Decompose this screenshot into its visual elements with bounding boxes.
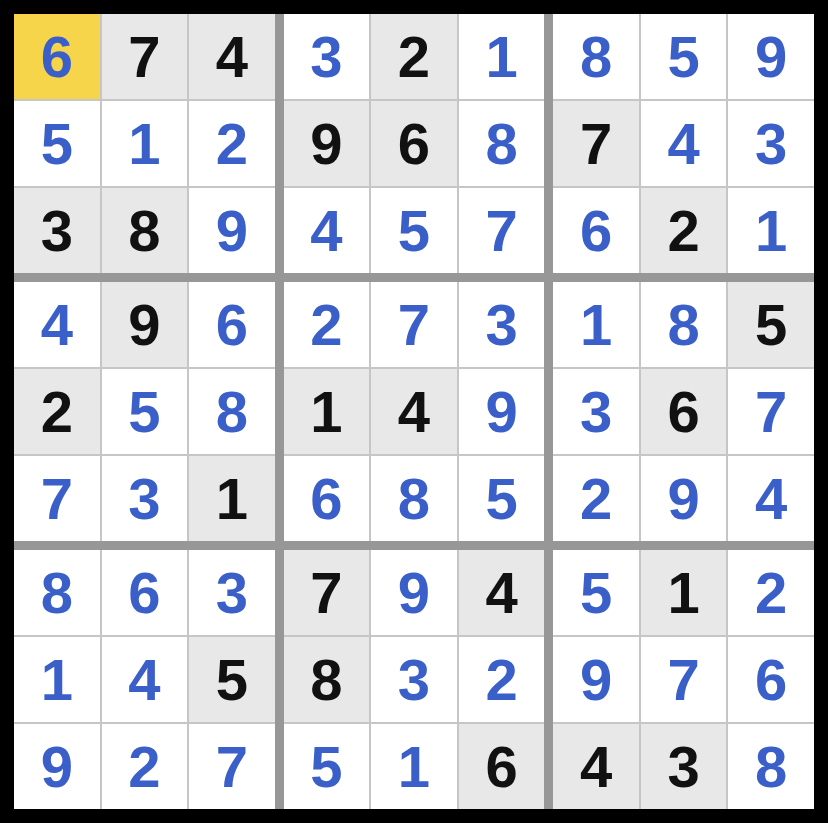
cell-r1c2[interactable]: 7 bbox=[102, 14, 188, 99]
box-0-1: 321968457 bbox=[284, 14, 545, 273]
cell-r7c3[interactable]: 3 bbox=[189, 550, 275, 635]
cell-r7c6[interactable]: 4 bbox=[459, 550, 545, 635]
cell-r1c7[interactable]: 8 bbox=[553, 14, 639, 99]
cell-r5c1[interactable]: 2 bbox=[14, 369, 100, 454]
cell-r8c5[interactable]: 3 bbox=[371, 637, 457, 722]
cell-r6c2[interactable]: 3 bbox=[102, 456, 188, 541]
cell-r9c4[interactable]: 5 bbox=[284, 724, 370, 809]
cell-r6c7[interactable]: 2 bbox=[553, 456, 639, 541]
cell-r6c3[interactable]: 1 bbox=[189, 456, 275, 541]
cell-r5c5[interactable]: 4 bbox=[371, 369, 457, 454]
cell-r2c6[interactable]: 8 bbox=[459, 101, 545, 186]
box-2-2: 512976438 bbox=[553, 550, 814, 809]
box-1-1: 273149685 bbox=[284, 282, 545, 541]
cell-r3c6[interactable]: 7 bbox=[459, 188, 545, 273]
cell-r2c3[interactable]: 2 bbox=[189, 101, 275, 186]
box-1-0: 496258731 bbox=[14, 282, 275, 541]
cell-r1c1[interactable]: 6 bbox=[14, 14, 100, 99]
cell-r7c8[interactable]: 1 bbox=[641, 550, 727, 635]
cell-r7c2[interactable]: 6 bbox=[102, 550, 188, 635]
cell-r3c2[interactable]: 8 bbox=[102, 188, 188, 273]
cell-r6c9[interactable]: 4 bbox=[728, 456, 814, 541]
cell-r1c6[interactable]: 1 bbox=[459, 14, 545, 99]
cell-r4c5[interactable]: 7 bbox=[371, 282, 457, 367]
cell-r2c5[interactable]: 6 bbox=[371, 101, 457, 186]
cell-r6c5[interactable]: 8 bbox=[371, 456, 457, 541]
cell-r8c4[interactable]: 8 bbox=[284, 637, 370, 722]
cell-r5c8[interactable]: 6 bbox=[641, 369, 727, 454]
box-2-0: 863145927 bbox=[14, 550, 275, 809]
cell-r1c3[interactable]: 4 bbox=[189, 14, 275, 99]
cell-r4c1[interactable]: 4 bbox=[14, 282, 100, 367]
cell-r5c3[interactable]: 8 bbox=[189, 369, 275, 454]
cell-r8c2[interactable]: 4 bbox=[102, 637, 188, 722]
cell-r5c9[interactable]: 7 bbox=[728, 369, 814, 454]
cell-r9c3[interactable]: 7 bbox=[189, 724, 275, 809]
cell-r8c1[interactable]: 1 bbox=[14, 637, 100, 722]
cell-r3c7[interactable]: 6 bbox=[553, 188, 639, 273]
cell-r6c6[interactable]: 5 bbox=[459, 456, 545, 541]
cell-r4c4[interactable]: 2 bbox=[284, 282, 370, 367]
cell-r3c9[interactable]: 1 bbox=[728, 188, 814, 273]
cell-r8c3[interactable]: 5 bbox=[189, 637, 275, 722]
cell-r4c8[interactable]: 8 bbox=[641, 282, 727, 367]
cell-r9c8[interactable]: 3 bbox=[641, 724, 727, 809]
cell-r4c7[interactable]: 1 bbox=[553, 282, 639, 367]
cell-r5c2[interactable]: 5 bbox=[102, 369, 188, 454]
cell-r5c7[interactable]: 3 bbox=[553, 369, 639, 454]
cell-r3c1[interactable]: 3 bbox=[14, 188, 100, 273]
box-2-1: 794832516 bbox=[284, 550, 545, 809]
sudoku-board: 6745123893219684578597436214962587312731… bbox=[0, 0, 828, 823]
cell-r1c4[interactable]: 3 bbox=[284, 14, 370, 99]
cell-r1c8[interactable]: 5 bbox=[641, 14, 727, 99]
cell-r6c4[interactable]: 6 bbox=[284, 456, 370, 541]
cell-r3c8[interactable]: 2 bbox=[641, 188, 727, 273]
cell-r9c5[interactable]: 1 bbox=[371, 724, 457, 809]
cell-r7c7[interactable]: 5 bbox=[553, 550, 639, 635]
cell-r8c9[interactable]: 6 bbox=[728, 637, 814, 722]
cell-r5c6[interactable]: 9 bbox=[459, 369, 545, 454]
cell-r8c8[interactable]: 7 bbox=[641, 637, 727, 722]
cell-r1c5[interactable]: 2 bbox=[371, 14, 457, 99]
cell-r8c7[interactable]: 9 bbox=[553, 637, 639, 722]
cell-r1c9[interactable]: 9 bbox=[728, 14, 814, 99]
cell-r7c1[interactable]: 8 bbox=[14, 550, 100, 635]
box-0-2: 859743621 bbox=[553, 14, 814, 273]
cell-r9c6[interactable]: 6 bbox=[459, 724, 545, 809]
box-0-0: 674512389 bbox=[14, 14, 275, 273]
cell-r4c9[interactable]: 5 bbox=[728, 282, 814, 367]
cell-r7c4[interactable]: 7 bbox=[284, 550, 370, 635]
cell-r3c3[interactable]: 9 bbox=[189, 188, 275, 273]
cell-r7c9[interactable]: 2 bbox=[728, 550, 814, 635]
cell-r6c8[interactable]: 9 bbox=[641, 456, 727, 541]
cell-r9c7[interactable]: 4 bbox=[553, 724, 639, 809]
cell-r2c7[interactable]: 7 bbox=[553, 101, 639, 186]
cell-r2c4[interactable]: 9 bbox=[284, 101, 370, 186]
cell-r2c9[interactable]: 3 bbox=[728, 101, 814, 186]
cell-r2c8[interactable]: 4 bbox=[641, 101, 727, 186]
cell-r6c1[interactable]: 7 bbox=[14, 456, 100, 541]
cell-r4c6[interactable]: 3 bbox=[459, 282, 545, 367]
cell-r3c5[interactable]: 5 bbox=[371, 188, 457, 273]
cell-r5c4[interactable]: 1 bbox=[284, 369, 370, 454]
cell-r2c1[interactable]: 5 bbox=[14, 101, 100, 186]
cell-r4c3[interactable]: 6 bbox=[189, 282, 275, 367]
box-1-2: 185367294 bbox=[553, 282, 814, 541]
cell-r2c2[interactable]: 1 bbox=[102, 101, 188, 186]
cell-r7c5[interactable]: 9 bbox=[371, 550, 457, 635]
cell-r9c9[interactable]: 8 bbox=[728, 724, 814, 809]
cell-r9c1[interactable]: 9 bbox=[14, 724, 100, 809]
cell-r3c4[interactable]: 4 bbox=[284, 188, 370, 273]
cell-r8c6[interactable]: 2 bbox=[459, 637, 545, 722]
cell-r9c2[interactable]: 2 bbox=[102, 724, 188, 809]
cell-r4c2[interactable]: 9 bbox=[102, 282, 188, 367]
